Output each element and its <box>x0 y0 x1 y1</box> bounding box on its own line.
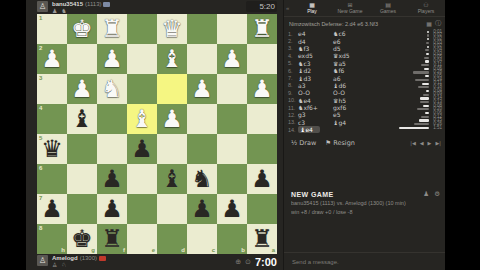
square-c4[interactable] <box>187 104 217 134</box>
black-P-piece-e5[interactable]: ♟ <box>131 134 153 164</box>
square-e2[interactable] <box>127 44 157 74</box>
rank-label: 2 <box>39 45 42 51</box>
bottom-player-captured-pieces: ♙ ♘ <box>52 262 106 268</box>
square-d4[interactable]: ♟ <box>157 104 187 134</box>
file-label: g <box>91 247 95 253</box>
square-e7[interactable] <box>127 194 157 224</box>
move-white[interactable]: ♞e4 <box>298 97 333 104</box>
square-h2[interactable]: 2♟ <box>37 44 67 74</box>
app-window: ♙ banu35415 (1113) ♟ ♞ 5:20 1♚♜♛♜2♟♟♝♟3♟… <box>26 0 445 270</box>
black-P-piece-b7[interactable]: ♟ <box>221 194 243 224</box>
rank-label: 6 <box>39 165 42 171</box>
players-tab-label: Players <box>418 9 435 14</box>
white-P-piece-f2[interactable]: ♟ <box>101 44 123 74</box>
square-a6[interactable]: ♟ <box>247 164 277 194</box>
file-label: f <box>123 247 125 253</box>
black-P-piece-a6[interactable]: ♟ <box>251 164 273 194</box>
move-black[interactable]: ♞c6 <box>333 30 365 37</box>
square-h8[interactable]: 8h <box>37 224 67 254</box>
black-P-piece-f6[interactable]: ♟ <box>101 164 123 194</box>
square-b4[interactable] <box>217 104 247 134</box>
square-h3[interactable]: 3 <box>37 74 67 104</box>
white-P-piece-g3[interactable]: ♟ <box>71 74 93 104</box>
black-P-piece-f7[interactable]: ♟ <box>101 194 123 224</box>
move-time-bars: 0:040:11 <box>365 60 442 66</box>
move-time-bars: 0:020:04 <box>365 45 442 51</box>
add-time-icon[interactable]: ⊕ <box>235 259 241 266</box>
white-K-piece-g1[interactable]: ♚ <box>71 14 93 44</box>
move-time-bars: 0:150:26 <box>365 119 442 125</box>
square-e8[interactable]: e <box>127 224 157 254</box>
black-time-bar-fill <box>417 108 429 110</box>
white-P-piece-h2[interactable]: ♟ <box>41 44 63 74</box>
black-P-piece-c7[interactable]: ♟ <box>191 194 213 224</box>
clock-dial-icon[interactable]: ⊙ <box>245 259 251 266</box>
move-white[interactable]: a3 <box>298 82 333 89</box>
rank-label: 4 <box>39 105 42 111</box>
square-a7[interactable] <box>247 194 277 224</box>
square-b5[interactable] <box>217 134 247 164</box>
black-time-bar-fill <box>420 101 429 103</box>
white-B-piece-e4[interactable]: ♝ <box>131 104 153 134</box>
move-black[interactable]: d5 <box>333 45 365 52</box>
move-number: 1. <box>288 31 298 37</box>
white-P-piece-d4[interactable]: ♟ <box>161 104 183 134</box>
square-c7[interactable]: ♟ <box>187 194 217 224</box>
opening-name: Nimzowitsch Defense: 2.d4 e6 3.Nf3 <box>289 21 423 27</box>
file-label: c <box>212 247 215 253</box>
move-number: 9. <box>288 90 298 96</box>
chat-bar: Send a message. <box>284 252 445 270</box>
move-number: 5. <box>288 60 298 66</box>
move-black[interactable]: ♞f6 <box>333 67 365 74</box>
white-Q-piece-d1[interactable]: ♛ <box>161 14 183 44</box>
tab-games[interactable]: ▤ Games <box>369 2 407 14</box>
info-icon[interactable]: ⓘ <box>435 19 441 28</box>
black-time-bar-fill <box>421 116 429 118</box>
move-black[interactable]: e5 <box>333 111 365 118</box>
move-white[interactable]: O-O <box>298 89 333 96</box>
square-g8[interactable]: g♚ <box>67 224 97 254</box>
top-player-flag-icon <box>103 2 110 7</box>
square-c8[interactable]: c <box>187 224 217 254</box>
move-number: 3. <box>288 45 298 51</box>
white-P-piece-a3[interactable]: ♟ <box>251 74 273 104</box>
black-B-piece-d6[interactable]: ♝ <box>161 164 183 194</box>
move-row: 5.♞c3♛a50:040:11 <box>288 60 442 67</box>
move-time-bars: 0:110:18 <box>365 82 442 88</box>
white-P-piece-c3[interactable]: ♟ <box>191 74 213 104</box>
square-f5[interactable] <box>97 134 127 164</box>
tab-play[interactable]: ▦ Play <box>293 2 331 14</box>
nav-last-move-button[interactable]: ▶| <box>435 140 441 146</box>
black-time-bar-fill <box>418 86 429 88</box>
move-row: 1.e4♞c60:010:02 <box>288 30 442 37</box>
move-number: 7. <box>288 75 298 81</box>
black-time-bar-fill <box>421 64 429 66</box>
analysis-board-icon[interactable]: ▦ <box>426 20 432 27</box>
move-row: 11.♞xf6+gxf60:080:20 <box>288 104 442 111</box>
move-white[interactable]: e4 <box>298 30 333 37</box>
top-player-avatar[interactable]: ♙ <box>37 1 48 12</box>
move-list: 1.e4♞c60:010:022.d4e60:020:033.♞f3d50:02… <box>288 30 442 133</box>
square-f6[interactable]: ♟ <box>97 164 127 194</box>
square-b8[interactable]: b <box>217 224 247 254</box>
square-c3[interactable]: ♟ <box>187 74 217 104</box>
rank-label: 3 <box>39 75 42 81</box>
top-player-clock: 5:20 <box>246 1 277 12</box>
move-time-bars: 0:060:12 <box>365 112 442 118</box>
opening-header: Nimzowitsch Defense: 2.d4 e6 3.Nf3 ▦ ⓘ <box>289 18 441 29</box>
square-h6[interactable]: 6 <box>37 164 67 194</box>
screenshot-root: ♙ banu35415 (1113) ♟ ♞ 5:20 1♚♜♛♜2♟♟♝♟3♟… <box>0 0 480 270</box>
square-h7[interactable]: 7♟ <box>37 194 67 224</box>
new-game-rating-odds: win +8 / draw +0 / lose -8 <box>291 209 440 216</box>
square-f1[interactable]: ♜ <box>97 14 127 44</box>
rank-label: 8 <box>39 225 42 231</box>
square-b1[interactable] <box>217 14 247 44</box>
rank-label: 1 <box>39 15 42 21</box>
square-h1[interactable]: 1 <box>37 14 67 44</box>
move-white[interactable]: ♝d2 <box>298 67 333 74</box>
move-nav: |◀ ◀ ▶ ▶| <box>410 140 441 146</box>
move-white[interactable]: d4 <box>298 38 333 45</box>
new-game-section: NEW GAME ♟ ⚙ banu35415 (1113) vs. Amelog… <box>291 190 440 216</box>
move-number: 2. <box>288 38 298 44</box>
square-b6[interactable] <box>217 164 247 194</box>
move-row: 7.♝d3a60:050:24 <box>288 74 442 81</box>
black-Q-piece-h5[interactable]: ♛ <box>41 134 63 164</box>
square-a5[interactable] <box>247 134 277 164</box>
move-number: 6. <box>288 68 298 74</box>
tab-players[interactable]: ⚇ Players <box>407 2 445 14</box>
square-g2[interactable] <box>67 44 97 74</box>
square-d2[interactable]: ♝ <box>157 44 187 74</box>
file-label: a <box>272 247 275 253</box>
move-row: 12.g3e50:060:12 <box>288 111 442 118</box>
white-time-bar: 1:51 <box>352 127 442 130</box>
move-row: 10.♞e4♛h50:140:13 <box>288 97 442 104</box>
black-P-piece-h7[interactable]: ♟ <box>41 194 63 224</box>
side-panel: « ▦ Play ⊞ New Game ▤ Games ⚇ Players <box>283 0 445 270</box>
square-h5[interactable]: 5♛ <box>37 134 67 164</box>
move-number: 10. <box>288 97 298 103</box>
file-label: h <box>61 247 65 253</box>
square-f2[interactable]: ♟ <box>97 44 127 74</box>
square-d8[interactable]: d <box>157 224 187 254</box>
move-white[interactable]: ♝d3 <box>298 75 333 82</box>
white-B-piece-d2[interactable]: ♝ <box>161 44 183 74</box>
move-black[interactable]: e6 <box>333 38 365 45</box>
square-c1[interactable] <box>187 14 217 44</box>
bottom-player-avatar[interactable]: ♙ <box>37 255 48 266</box>
square-f3[interactable]: ♞ <box>97 74 127 104</box>
file-label: b <box>241 247 245 253</box>
square-c6[interactable]: ♞ <box>187 164 217 194</box>
black-time-bar <box>352 130 442 133</box>
file-label: d <box>181 247 185 253</box>
square-c5[interactable] <box>187 134 217 164</box>
square-d5[interactable] <box>157 134 187 164</box>
square-d1[interactable]: ♛ <box>157 14 187 44</box>
move-row: 2.d4e60:020:03 <box>288 37 442 44</box>
black-time-bar-fill <box>413 71 429 73</box>
white-time-bar-fill <box>422 83 429 85</box>
move-number: 12. <box>288 112 298 118</box>
resign-button[interactable]: ⚑ Resign <box>325 139 355 147</box>
move-number: 4. <box>288 53 298 59</box>
move-black[interactable]: ♛xd5 <box>333 52 365 59</box>
black-R-piece-a8[interactable]: ♜ <box>251 224 273 254</box>
move-white[interactable]: c3 <box>298 119 333 126</box>
square-g5[interactable] <box>67 134 97 164</box>
square-f4[interactable] <box>97 104 127 134</box>
square-e1[interactable] <box>127 14 157 44</box>
move-black[interactable]: O-O <box>333 89 365 96</box>
square-h4[interactable]: 4 <box>37 104 67 134</box>
move-number: 14. <box>288 127 298 133</box>
move-time-bars: 0:020:03 <box>365 38 442 44</box>
move-black[interactable]: ♛a5 <box>333 60 365 67</box>
bottom-player-rating: (1300) <box>80 255 97 262</box>
square-d6[interactable]: ♝ <box>157 164 187 194</box>
move-time-bars: 0:140:13 <box>365 97 442 103</box>
move-time-bars: 0:050:24 <box>365 75 442 81</box>
move-black[interactable]: ♛h5 <box>333 97 365 104</box>
move-white[interactable]: ♞f3 <box>298 45 333 52</box>
white-P-piece-b2[interactable]: ♟ <box>221 44 243 74</box>
square-e6[interactable] <box>127 164 157 194</box>
square-g1[interactable]: ♚ <box>67 14 97 44</box>
move-row: 6.♝d2♞f60:060:28 <box>288 67 442 74</box>
new-game-tab-label: New Game <box>337 9 362 14</box>
move-time-bars: 0:030:05 <box>365 53 442 59</box>
white-R-piece-a1[interactable]: ♜ <box>251 14 273 44</box>
square-g7[interactable] <box>67 194 97 224</box>
move-time-bars: 1:51 <box>352 127 442 133</box>
white-N-piece-f3[interactable]: ♞ <box>101 74 123 104</box>
black-time-bar-fill <box>415 79 429 81</box>
draw-button[interactable]: ½ Draw <box>291 139 316 147</box>
bottom-player-clock: 7:00 <box>255 256 277 268</box>
tab-bar: ▦ Play ⊞ New Game ▤ Games ⚇ Players <box>284 0 445 17</box>
white-time-bar-fill <box>420 97 429 99</box>
move-black[interactable]: ♝d6 <box>333 82 365 89</box>
move-number: 13. <box>288 119 298 125</box>
move-black[interactable]: gxf6 <box>333 104 365 111</box>
move-white[interactable]: g3 <box>298 111 333 118</box>
square-a2[interactable] <box>247 44 277 74</box>
square-b2[interactable]: ♟ <box>217 44 247 74</box>
move-number: 11. <box>288 105 298 111</box>
square-c2[interactable] <box>187 44 217 74</box>
square-a4[interactable] <box>247 104 277 134</box>
square-d7[interactable] <box>157 194 187 224</box>
move-black[interactable]: ♝g4 <box>333 119 365 126</box>
square-f7[interactable]: ♟ <box>97 194 127 224</box>
top-player-rating: (1113) <box>85 1 101 8</box>
square-e5[interactable]: ♟ <box>127 134 157 164</box>
square-e3[interactable] <box>127 74 157 104</box>
square-g3[interactable]: ♟ <box>67 74 97 104</box>
square-a1[interactable]: ♜ <box>247 14 277 44</box>
move-row: 14.♝e41:51 <box>288 126 442 133</box>
move-white[interactable]: ♞xf6+ <box>298 104 333 111</box>
chess-board[interactable]: 1♚♜♛♜2♟♟♝♟3♟♞♟♟4♝♝♟5♛♟6♟♝♞♟7♟♟♟♟8hg♚f♜ed… <box>37 14 277 254</box>
square-a8[interactable]: a♜ <box>247 224 277 254</box>
nav-next-move-button[interactable]: ▶ <box>428 140 432 146</box>
nav-first-move-button[interactable]: |◀ <box>410 140 416 146</box>
square-f8[interactable]: f♜ <box>97 224 127 254</box>
move-row: 9.O-OO-O0:040:09 <box>288 89 442 96</box>
play-tab-label: Play <box>307 9 317 14</box>
square-e4[interactable]: ♝ <box>127 104 157 134</box>
white-time-bar-fill <box>419 119 429 121</box>
move-white[interactable]: ♝e4 <box>298 126 320 133</box>
challenge-pawn-icon[interactable]: ♟ <box>423 190 429 198</box>
move-row: 8.a3♝d60:110:18 <box>288 82 442 89</box>
move-time-bars: 0:040:09 <box>365 90 442 96</box>
square-b3[interactable] <box>217 74 247 104</box>
new-game-title: NEW GAME <box>291 191 333 198</box>
black-N-piece-c6[interactable]: ♞ <box>191 164 213 194</box>
move-time-bars: 0:060:28 <box>365 68 442 74</box>
nav-prev-move-button[interactable]: ◀ <box>420 140 424 146</box>
tab-new-game[interactable]: ⊞ New Game <box>331 2 369 14</box>
black-K-piece-g8[interactable]: ♚ <box>71 224 93 254</box>
move-row: 4.exd5♛xd50:030:05 <box>288 52 442 59</box>
file-label: e <box>152 247 155 253</box>
game-actions: ½ Draw ⚑ Resign |◀ ◀ ▶ ▶| <box>291 139 441 147</box>
move-white[interactable]: ♞c3 <box>298 60 333 67</box>
new-game-matchup: banu35415 (1113) vs. Amelogd (1300) (10 … <box>291 200 440 207</box>
chat-input[interactable]: Send a message. <box>292 259 339 265</box>
move-number: 8. <box>288 82 298 88</box>
white-time-bar-fill <box>399 127 429 129</box>
square-d3[interactable] <box>157 74 187 104</box>
games-tab-label: Games <box>380 9 396 14</box>
black-time-bar-fill <box>414 123 429 125</box>
black-R-piece-f8[interactable]: ♜ <box>101 224 123 254</box>
bottom-player-flag-icon <box>99 256 106 261</box>
move-time-bars: 0:010:02 <box>365 31 442 37</box>
rank-label: 5 <box>39 135 42 141</box>
move-black[interactable]: a6 <box>333 75 365 82</box>
black-B-piece-g4[interactable]: ♝ <box>71 104 93 134</box>
move-white[interactable]: exd5 <box>298 52 333 59</box>
square-g4[interactable]: ♝ <box>67 104 97 134</box>
gear-icon[interactable]: ⚙ <box>434 190 440 198</box>
square-g6[interactable] <box>67 164 97 194</box>
rank-label: 7 <box>39 195 42 201</box>
top-player-bar: ♙ banu35415 (1113) ♟ ♞ <box>37 1 277 13</box>
move-row: 3.♞f3d50:020:04 <box>288 45 442 52</box>
white-R-piece-f1[interactable]: ♜ <box>101 14 123 44</box>
move-time-bars: 0:080:20 <box>365 105 442 111</box>
move-row: 13.c3♝g40:150:26 <box>288 119 442 126</box>
square-a3[interactable]: ♟ <box>247 74 277 104</box>
square-b7[interactable]: ♟ <box>217 194 247 224</box>
